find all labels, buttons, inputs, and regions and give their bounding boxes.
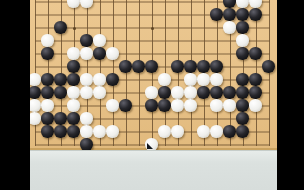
- white-stone: [236, 0, 248, 8]
- white-stone: [145, 86, 157, 98]
- black-stone: [223, 8, 235, 20]
- white-stone: [197, 73, 209, 85]
- black-stone: [197, 60, 209, 72]
- stone-layer[interactable]: [28, 0, 275, 151]
- white-stone: [171, 86, 183, 98]
- white-stone: [93, 125, 105, 137]
- black-stone: [158, 86, 170, 98]
- black-stone: [158, 99, 170, 111]
- black-stone: [236, 112, 248, 124]
- white-stone: [210, 125, 222, 137]
- black-stone: [236, 47, 248, 59]
- white-stone: [106, 99, 118, 111]
- bottom-ui-tray: [30, 150, 277, 190]
- black-stone: [210, 8, 222, 20]
- white-stone: [158, 125, 170, 137]
- black-stone: [106, 73, 118, 85]
- black-stone: [262, 60, 274, 72]
- white-stone: [80, 112, 92, 124]
- black-stone: [210, 60, 222, 72]
- white-stone: [28, 112, 40, 124]
- black-stone: [249, 86, 261, 98]
- black-stone: [145, 99, 157, 111]
- black-stone: [236, 8, 248, 20]
- black-stone: [223, 86, 235, 98]
- white-stone: [184, 99, 196, 111]
- white-stone: [67, 99, 79, 111]
- white-stone: [67, 0, 79, 8]
- white-stone: [210, 99, 222, 111]
- black-stone: [41, 47, 53, 59]
- black-stone: [54, 21, 66, 33]
- black-stone: [249, 47, 261, 59]
- black-stone: [171, 60, 183, 72]
- black-stone: [249, 8, 261, 20]
- letterbox-right: [277, 0, 304, 190]
- black-stone: [67, 112, 79, 124]
- black-stone: [80, 138, 92, 150]
- white-stone: [171, 99, 183, 111]
- white-stone: [28, 73, 40, 85]
- letterbox-left: [0, 0, 30, 190]
- black-stone: [67, 125, 79, 137]
- black-stone: [80, 34, 92, 46]
- white-stone: [80, 0, 92, 8]
- black-stone: [41, 112, 53, 124]
- white-stone: [210, 73, 222, 85]
- last-move-triangle-marker: [147, 143, 153, 149]
- black-stone: [236, 86, 248, 98]
- white-stone: [28, 99, 40, 111]
- white-stone: [184, 73, 196, 85]
- white-stone: [106, 47, 118, 59]
- white-stone: [223, 21, 235, 33]
- black-stone: [119, 99, 131, 111]
- white-stone: [171, 125, 183, 137]
- white-stone: [236, 34, 248, 46]
- white-stone: [67, 47, 79, 59]
- black-stone: [54, 112, 66, 124]
- white-stone: [41, 34, 53, 46]
- black-stone: [54, 125, 66, 137]
- black-stone: [54, 86, 66, 98]
- black-stone: [145, 60, 157, 72]
- white-stone: [249, 99, 261, 111]
- white-stone: [158, 73, 170, 85]
- white-stone: [93, 86, 105, 98]
- black-stone: [184, 60, 196, 72]
- black-stone: [236, 73, 248, 85]
- black-stone: [41, 86, 53, 98]
- black-stone: [236, 125, 248, 137]
- white-stone: [67, 86, 79, 98]
- white-stone: [223, 99, 235, 111]
- video-frame: [0, 0, 304, 190]
- white-stone: [184, 86, 196, 98]
- black-stone: [236, 21, 248, 33]
- white-stone: [197, 125, 209, 137]
- black-stone: [93, 47, 105, 59]
- white-stone: [93, 34, 105, 46]
- white-stone: [80, 73, 92, 85]
- white-stone: [80, 47, 92, 59]
- white-stone: [93, 73, 105, 85]
- black-stone: [28, 86, 40, 98]
- black-stone: [197, 86, 209, 98]
- black-stone: [132, 60, 144, 72]
- white-stone: [41, 99, 53, 111]
- black-stone: [54, 73, 66, 85]
- black-stone: [67, 60, 79, 72]
- white-stone: [80, 86, 92, 98]
- black-stone: [67, 73, 79, 85]
- white-stone: [249, 0, 261, 8]
- black-stone: [223, 125, 235, 137]
- black-stone: [249, 73, 261, 85]
- black-stone: [119, 60, 131, 72]
- white-stone: [80, 125, 92, 137]
- black-stone: [236, 99, 248, 111]
- white-stone: [106, 125, 118, 137]
- black-stone: [41, 125, 53, 137]
- black-stone: [223, 0, 235, 8]
- black-stone: [41, 73, 53, 85]
- black-stone: [210, 86, 222, 98]
- white-stone: [145, 138, 157, 150]
